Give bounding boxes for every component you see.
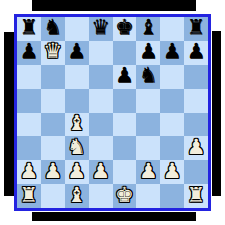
square-c3[interactable]: ♞ (65, 136, 89, 160)
square-d8[interactable]: ♛ (89, 17, 113, 41)
square-h7[interactable]: ♟ (184, 41, 208, 65)
square-a8[interactable]: ♜ (17, 17, 41, 41)
square-h8[interactable]: ♜ (184, 17, 208, 41)
black-knight-f6[interactable]: ♞ (139, 65, 158, 86)
square-b2[interactable]: ♟ (41, 160, 65, 184)
black-king-e8[interactable]: ♚ (115, 17, 134, 38)
white-rook-h1[interactable]: ♜ (187, 185, 206, 206)
square-h5[interactable] (184, 89, 208, 113)
square-c8[interactable] (65, 17, 89, 41)
board-shadow-right (212, 31, 221, 196)
square-b4[interactable] (41, 113, 65, 137)
square-c7[interactable]: ♟ (65, 41, 89, 65)
square-g1[interactable] (160, 184, 184, 208)
square-b6[interactable] (41, 65, 65, 89)
square-f1[interactable] (136, 184, 160, 208)
square-d4[interactable] (89, 113, 113, 137)
chess-app-canvas: ♜♞♛♚♝♜♟♛♟♟♟♟♟♞♝♞♟♟♟♟♟♟♟♜♝♚♜ (0, 0, 225, 225)
white-pawn-h3[interactable]: ♟ (187, 137, 206, 158)
square-b7[interactable]: ♛ (41, 41, 65, 65)
black-rook-h8[interactable]: ♜ (187, 17, 206, 38)
square-g2[interactable]: ♟ (160, 160, 184, 184)
square-a2[interactable]: ♟ (17, 160, 41, 184)
white-queen-b7[interactable]: ♛ (43, 41, 62, 62)
square-e7[interactable] (113, 41, 137, 65)
square-e6[interactable]: ♟ (113, 65, 137, 89)
square-c2[interactable]: ♟ (65, 160, 89, 184)
square-a7[interactable]: ♟ (17, 41, 41, 65)
square-f8[interactable]: ♝ (136, 17, 160, 41)
square-d7[interactable] (89, 41, 113, 65)
black-pawn-a7[interactable]: ♟ (20, 41, 39, 62)
black-pawn-g7[interactable]: ♟ (163, 41, 182, 62)
square-h4[interactable] (184, 113, 208, 137)
square-g8[interactable] (160, 17, 184, 41)
black-bishop-f8[interactable]: ♝ (139, 17, 158, 38)
square-c5[interactable] (65, 89, 89, 113)
square-b5[interactable] (41, 89, 65, 113)
square-f3[interactable] (136, 136, 160, 160)
board-shadow-bottom (32, 212, 196, 221)
white-bishop-c1[interactable]: ♝ (67, 185, 86, 206)
black-pawn-e6[interactable]: ♟ (115, 65, 134, 86)
white-pawn-b2[interactable]: ♟ (43, 161, 62, 182)
board-shadow-left (4, 32, 14, 196)
square-d2[interactable]: ♟ (89, 160, 113, 184)
white-pawn-g2[interactable]: ♟ (163, 161, 182, 182)
white-pawn-a2[interactable]: ♟ (20, 161, 39, 182)
square-g4[interactable] (160, 113, 184, 137)
square-f5[interactable] (136, 89, 160, 113)
square-h3[interactable]: ♟ (184, 136, 208, 160)
white-pawn-d2[interactable]: ♟ (91, 161, 110, 182)
square-e4[interactable] (113, 113, 137, 137)
square-e3[interactable] (113, 136, 137, 160)
white-bishop-c4[interactable]: ♝ (67, 113, 86, 134)
white-knight-c3[interactable]: ♞ (67, 137, 86, 158)
black-queen-d8[interactable]: ♛ (91, 17, 110, 38)
square-c1[interactable]: ♝ (65, 184, 89, 208)
square-d5[interactable] (89, 89, 113, 113)
square-g5[interactable] (160, 89, 184, 113)
white-pawn-f2[interactable]: ♟ (139, 161, 158, 182)
square-d3[interactable] (89, 136, 113, 160)
black-pawn-f7[interactable]: ♟ (139, 41, 158, 62)
square-b1[interactable] (41, 184, 65, 208)
chess-board: ♜♞♛♚♝♜♟♛♟♟♟♟♟♞♝♞♟♟♟♟♟♟♟♜♝♚♜ (14, 14, 211, 211)
square-e2[interactable] (113, 160, 137, 184)
black-knight-b8[interactable]: ♞ (43, 17, 62, 38)
black-pawn-c7[interactable]: ♟ (67, 41, 86, 62)
square-b3[interactable] (41, 136, 65, 160)
square-b8[interactable]: ♞ (41, 17, 65, 41)
square-a1[interactable]: ♜ (17, 184, 41, 208)
square-a5[interactable] (17, 89, 41, 113)
white-rook-a1[interactable]: ♜ (20, 185, 39, 206)
square-h2[interactable] (184, 160, 208, 184)
square-e1[interactable]: ♚ (113, 184, 137, 208)
square-h6[interactable] (184, 65, 208, 89)
square-h1[interactable]: ♜ (184, 184, 208, 208)
white-king-e1[interactable]: ♚ (115, 185, 134, 206)
square-f6[interactable]: ♞ (136, 65, 160, 89)
square-f4[interactable] (136, 113, 160, 137)
square-d6[interactable] (89, 65, 113, 89)
black-pawn-h7[interactable]: ♟ (187, 41, 206, 62)
square-g7[interactable]: ♟ (160, 41, 184, 65)
square-f2[interactable]: ♟ (136, 160, 160, 184)
square-g6[interactable] (160, 65, 184, 89)
square-a3[interactable] (17, 136, 41, 160)
black-rook-a8[interactable]: ♜ (20, 17, 39, 38)
board-shadow-top (32, 0, 196, 11)
square-d1[interactable] (89, 184, 113, 208)
square-e8[interactable]: ♚ (113, 17, 137, 41)
square-c6[interactable] (65, 65, 89, 89)
white-pawn-c2[interactable]: ♟ (67, 161, 86, 182)
square-g3[interactable] (160, 136, 184, 160)
square-c4[interactable]: ♝ (65, 113, 89, 137)
square-f7[interactable]: ♟ (136, 41, 160, 65)
square-a6[interactable] (17, 65, 41, 89)
square-e5[interactable] (113, 89, 137, 113)
square-a4[interactable] (17, 113, 41, 137)
